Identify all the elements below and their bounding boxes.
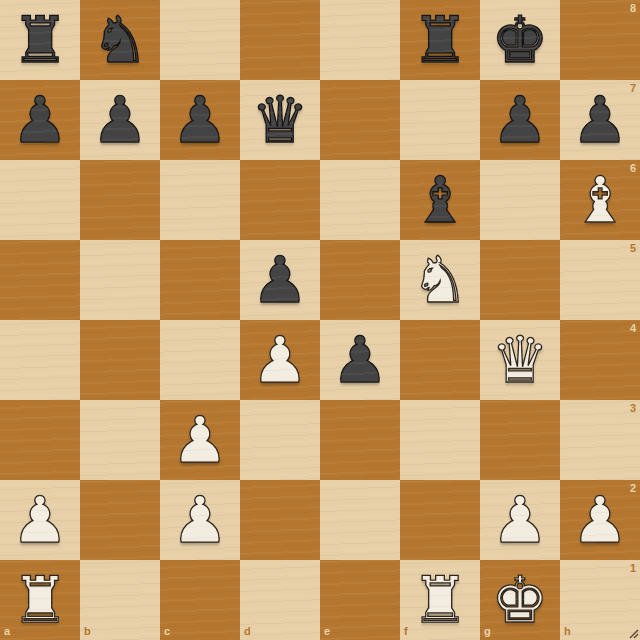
- square-d5[interactable]: ♟: [240, 240, 320, 320]
- rank-label-6: 6: [630, 163, 636, 174]
- piece-black-king[interactable]: ♚: [491, 8, 548, 72]
- square-e4[interactable]: ♟: [320, 320, 400, 400]
- square-d3[interactable]: [240, 400, 320, 480]
- square-c6[interactable]: [160, 160, 240, 240]
- rank-label-1: 1: [630, 563, 636, 574]
- square-d6[interactable]: [240, 160, 320, 240]
- square-e8[interactable]: [320, 0, 400, 80]
- square-h7[interactable]: ♟7: [560, 80, 640, 160]
- piece-black-pawn[interactable]: ♟: [491, 88, 548, 152]
- square-a2[interactable]: ♟: [0, 480, 80, 560]
- square-g6[interactable]: [480, 160, 560, 240]
- rank-label-8: 8: [630, 3, 636, 14]
- rank-label-5: 5: [630, 243, 636, 254]
- square-f3[interactable]: [400, 400, 480, 480]
- piece-black-rook[interactable]: ♜: [411, 8, 468, 72]
- rank-label-4: 4: [630, 323, 636, 334]
- rank-label-2: 2: [630, 483, 636, 494]
- square-d8[interactable]: [240, 0, 320, 80]
- square-h8[interactable]: 8: [560, 0, 640, 80]
- square-a6[interactable]: [0, 160, 80, 240]
- square-f4[interactable]: [400, 320, 480, 400]
- square-b3[interactable]: [80, 400, 160, 480]
- square-g4[interactable]: ♛: [480, 320, 560, 400]
- square-c7[interactable]: ♟: [160, 80, 240, 160]
- piece-black-pawn[interactable]: ♟: [571, 88, 628, 152]
- square-e1[interactable]: e: [320, 560, 400, 640]
- square-f5[interactable]: ♞: [400, 240, 480, 320]
- square-b6[interactable]: [80, 160, 160, 240]
- piece-white-pawn[interactable]: ♟: [11, 488, 68, 552]
- piece-white-rook[interactable]: ♜: [11, 568, 68, 632]
- square-h3[interactable]: 3: [560, 400, 640, 480]
- chess-board: ♜♞♜♚8♟♟♟♛♟♟7♝♝6♟♞5♟♟♛4♟3♟♟♟♟2♜abcde♜f♚g1…: [0, 0, 640, 640]
- piece-black-pawn[interactable]: ♟: [251, 248, 308, 312]
- piece-white-king[interactable]: ♚: [491, 568, 548, 632]
- square-g3[interactable]: [480, 400, 560, 480]
- square-b7[interactable]: ♟: [80, 80, 160, 160]
- piece-white-bishop[interactable]: ♝: [571, 168, 628, 232]
- square-f7[interactable]: [400, 80, 480, 160]
- square-f6[interactable]: ♝: [400, 160, 480, 240]
- piece-white-pawn[interactable]: ♟: [171, 408, 228, 472]
- piece-black-bishop[interactable]: ♝: [411, 168, 468, 232]
- square-c2[interactable]: ♟: [160, 480, 240, 560]
- file-label-b: b: [84, 626, 91, 637]
- square-g1[interactable]: ♚g: [480, 560, 560, 640]
- file-label-g: g: [484, 626, 491, 637]
- square-h5[interactable]: 5: [560, 240, 640, 320]
- square-f1[interactable]: ♜f: [400, 560, 480, 640]
- piece-black-pawn[interactable]: ♟: [171, 88, 228, 152]
- square-e7[interactable]: [320, 80, 400, 160]
- file-label-h: h: [564, 626, 571, 637]
- square-f8[interactable]: ♜: [400, 0, 480, 80]
- square-b8[interactable]: ♞: [80, 0, 160, 80]
- square-e3[interactable]: [320, 400, 400, 480]
- piece-black-pawn[interactable]: ♟: [11, 88, 68, 152]
- square-b5[interactable]: [80, 240, 160, 320]
- piece-black-queen[interactable]: ♛: [251, 88, 308, 152]
- piece-white-queen[interactable]: ♛: [491, 328, 548, 392]
- square-c5[interactable]: [160, 240, 240, 320]
- piece-white-pawn[interactable]: ♟: [491, 488, 548, 552]
- square-g8[interactable]: ♚: [480, 0, 560, 80]
- square-a4[interactable]: [0, 320, 80, 400]
- square-h2[interactable]: ♟2: [560, 480, 640, 560]
- square-a3[interactable]: [0, 400, 80, 480]
- square-b1[interactable]: b: [80, 560, 160, 640]
- piece-black-knight[interactable]: ♞: [91, 8, 148, 72]
- square-h4[interactable]: 4: [560, 320, 640, 400]
- file-label-c: c: [164, 626, 170, 637]
- piece-white-rook[interactable]: ♜: [411, 568, 468, 632]
- square-a7[interactable]: ♟: [0, 80, 80, 160]
- square-e6[interactable]: [320, 160, 400, 240]
- square-c1[interactable]: c: [160, 560, 240, 640]
- square-e5[interactable]: [320, 240, 400, 320]
- square-d2[interactable]: [240, 480, 320, 560]
- square-a1[interactable]: ♜a: [0, 560, 80, 640]
- square-a5[interactable]: [0, 240, 80, 320]
- file-label-a: a: [4, 626, 10, 637]
- rank-label-7: 7: [630, 83, 636, 94]
- file-label-f: f: [404, 626, 408, 637]
- square-g2[interactable]: ♟: [480, 480, 560, 560]
- piece-black-pawn[interactable]: ♟: [91, 88, 148, 152]
- square-c8[interactable]: [160, 0, 240, 80]
- square-a8[interactable]: ♜: [0, 0, 80, 80]
- piece-white-pawn[interactable]: ♟: [251, 328, 308, 392]
- square-b2[interactable]: [80, 480, 160, 560]
- square-c3[interactable]: ♟: [160, 400, 240, 480]
- square-b4[interactable]: [80, 320, 160, 400]
- square-g5[interactable]: [480, 240, 560, 320]
- file-label-d: d: [244, 626, 251, 637]
- piece-black-pawn[interactable]: ♟: [331, 328, 388, 392]
- file-label-e: e: [324, 626, 330, 637]
- square-d7[interactable]: ♛: [240, 80, 320, 160]
- square-d4[interactable]: ♟: [240, 320, 320, 400]
- square-c4[interactable]: [160, 320, 240, 400]
- square-f2[interactable]: [400, 480, 480, 560]
- piece-white-pawn[interactable]: ♟: [571, 488, 628, 552]
- rank-label-3: 3: [630, 403, 636, 414]
- square-g7[interactable]: ♟: [480, 80, 560, 160]
- piece-white-knight[interactable]: ♞: [411, 248, 468, 312]
- square-d1[interactable]: d: [240, 560, 320, 640]
- resize-handle-icon[interactable]: [627, 627, 639, 639]
- piece-white-pawn[interactable]: ♟: [171, 488, 228, 552]
- piece-black-rook[interactable]: ♜: [11, 8, 68, 72]
- square-e2[interactable]: [320, 480, 400, 560]
- square-h6[interactable]: ♝6: [560, 160, 640, 240]
